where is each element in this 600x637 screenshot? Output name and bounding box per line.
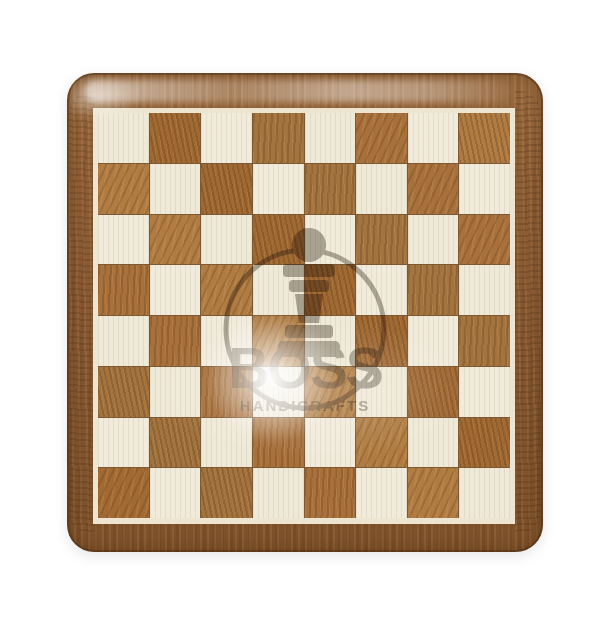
square-e6 [305, 215, 356, 265]
board-grid [98, 113, 510, 518]
chess-board [67, 73, 543, 552]
square-h8 [459, 113, 510, 163]
square-a1 [98, 468, 149, 518]
square-c8 [201, 113, 252, 163]
square-h5 [459, 265, 510, 315]
square-g8 [408, 113, 459, 163]
square-b6 [150, 215, 201, 265]
square-f1 [356, 468, 407, 518]
square-d1 [253, 468, 304, 518]
square-c2 [201, 418, 252, 468]
square-e7 [305, 164, 356, 214]
square-g3 [408, 367, 459, 417]
square-a4 [98, 316, 149, 366]
square-d4 [253, 316, 304, 366]
square-g6 [408, 215, 459, 265]
square-b4 [150, 316, 201, 366]
square-e1 [305, 468, 356, 518]
square-f8 [356, 113, 407, 163]
square-b2 [150, 418, 201, 468]
square-e8 [305, 113, 356, 163]
square-a8 [98, 113, 149, 163]
square-b1 [150, 468, 201, 518]
square-g1 [408, 468, 459, 518]
square-a6 [98, 215, 149, 265]
square-c4 [201, 316, 252, 366]
square-e2 [305, 418, 356, 468]
square-g7 [408, 164, 459, 214]
square-d2 [253, 418, 304, 468]
square-h2 [459, 418, 510, 468]
square-h1 [459, 468, 510, 518]
square-e5 [305, 265, 356, 315]
square-d7 [253, 164, 304, 214]
square-a7 [98, 164, 149, 214]
square-a5 [98, 265, 149, 315]
square-h4 [459, 316, 510, 366]
board-frame-right [515, 91, 541, 534]
square-g2 [408, 418, 459, 468]
square-g4 [408, 316, 459, 366]
square-b3 [150, 367, 201, 417]
square-f3 [356, 367, 407, 417]
square-f5 [356, 265, 407, 315]
square-f2 [356, 418, 407, 468]
square-d6 [253, 215, 304, 265]
square-c7 [201, 164, 252, 214]
square-e3 [305, 367, 356, 417]
square-a2 [98, 418, 149, 468]
square-b7 [150, 164, 201, 214]
square-c6 [201, 215, 252, 265]
square-f7 [356, 164, 407, 214]
square-h7 [459, 164, 510, 214]
square-h6 [459, 215, 510, 265]
square-e4 [305, 316, 356, 366]
square-g5 [408, 265, 459, 315]
square-d5 [253, 265, 304, 315]
square-a3 [98, 367, 149, 417]
square-c3 [201, 367, 252, 417]
square-d8 [253, 113, 304, 163]
square-c5 [201, 265, 252, 315]
square-b8 [150, 113, 201, 163]
board-frame-left [69, 91, 95, 534]
square-f4 [356, 316, 407, 366]
square-b5 [150, 265, 201, 315]
square-f6 [356, 215, 407, 265]
square-d3 [253, 367, 304, 417]
product-photo: BOSS HANDICRAFTS [0, 0, 600, 637]
square-h3 [459, 367, 510, 417]
square-c1 [201, 468, 252, 518]
